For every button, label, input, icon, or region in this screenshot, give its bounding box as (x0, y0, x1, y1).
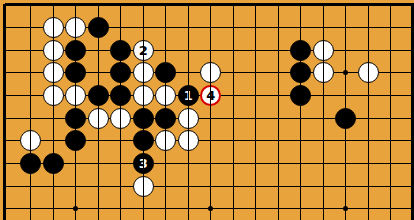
intersection-5-8[interactable] (87, 152, 109, 175)
intersection-9-10[interactable] (177, 198, 199, 220)
intersection-7-7[interactable] (132, 129, 154, 152)
black-stone (133, 108, 154, 129)
intersection-9-3[interactable] (177, 39, 199, 62)
intersection-13-3[interactable] (267, 39, 289, 62)
intersection-11-8[interactable] (222, 152, 244, 175)
intersection-10-10[interactable] (199, 198, 221, 220)
intersection-6-3[interactable] (110, 39, 132, 62)
intersection-15-5[interactable] (312, 84, 334, 107)
intersection-5-5[interactable] (87, 84, 109, 107)
intersection-4-8[interactable] (65, 152, 87, 175)
intersection-9-8[interactable] (177, 152, 199, 175)
intersection-1-9[interactable] (0, 175, 20, 198)
intersection-9-6[interactable] (177, 107, 199, 130)
intersection-2-2[interactable] (20, 16, 42, 39)
intersection-18-4[interactable] (379, 61, 401, 84)
intersection-10-3[interactable] (199, 39, 221, 62)
intersection-17-8[interactable] (357, 152, 379, 175)
intersection-11-5[interactable] (222, 84, 244, 107)
intersection-11-1[interactable] (222, 0, 244, 16)
white-stone (313, 62, 334, 83)
intersection-10-2[interactable] (199, 16, 221, 39)
move-number: 1 (184, 89, 193, 102)
black-stone (133, 130, 154, 151)
intersection-12-10[interactable] (244, 198, 266, 220)
intersection-11-7[interactable] (222, 129, 244, 152)
intersection-17-6[interactable] (357, 107, 379, 130)
intersection-15-9[interactable] (312, 175, 334, 198)
intersection-14-5[interactable] (289, 84, 311, 107)
intersection-13-5[interactable] (267, 84, 289, 107)
black-stone (65, 40, 86, 61)
intersection-9-7[interactable] (177, 129, 199, 152)
star-point (343, 206, 348, 211)
intersection-7-6[interactable] (132, 107, 154, 130)
intersection-17-9[interactable] (357, 175, 379, 198)
intersection-15-2[interactable] (312, 16, 334, 39)
white-stone (358, 62, 379, 83)
intersection-2-9[interactable] (20, 175, 42, 198)
intersection-14-8[interactable] (289, 152, 311, 175)
intersection-16-6[interactable] (334, 107, 356, 130)
intersection-6-7[interactable] (110, 129, 132, 152)
intersection-5-9[interactable] (87, 175, 109, 198)
intersection-8-9[interactable] (155, 175, 177, 198)
intersection-17-3[interactable] (357, 39, 379, 62)
intersection-16-10[interactable] (334, 198, 356, 220)
intersection-13-10[interactable] (267, 198, 289, 220)
intersection-3-2[interactable] (42, 16, 64, 39)
intersection-18-9[interactable] (379, 175, 401, 198)
intersection-18-6[interactable] (379, 107, 401, 130)
intersection-19-2[interactable] (402, 16, 414, 39)
intersection-3-4[interactable] (42, 61, 64, 84)
white-stone (65, 85, 86, 106)
intersection-17-7[interactable] (357, 129, 379, 152)
intersection-4-6[interactable] (65, 107, 87, 130)
intersection-3-8[interactable] (42, 152, 64, 175)
star-point (208, 206, 213, 211)
intersection-1-4[interactable] (0, 61, 20, 84)
intersection-3-6[interactable] (42, 107, 64, 130)
white-stone (200, 62, 221, 83)
intersection-19-6[interactable] (402, 107, 414, 130)
intersection-3-7[interactable] (42, 129, 64, 152)
intersection-4-7[interactable] (65, 129, 87, 152)
intersection-18-5[interactable] (379, 84, 401, 107)
intersection-17-10[interactable] (357, 198, 379, 220)
intersection-7-10[interactable] (132, 198, 154, 220)
intersection-1-2[interactable] (0, 16, 20, 39)
black-stone (110, 62, 131, 83)
intersection-11-3[interactable] (222, 39, 244, 62)
intersection-5-4[interactable] (87, 61, 109, 84)
intersection-2-7[interactable] (20, 129, 42, 152)
intersection-12-2[interactable] (244, 16, 266, 39)
white-stone (88, 108, 109, 129)
black-stone (155, 108, 176, 129)
intersection-3-1[interactable] (42, 0, 64, 16)
intersection-14-2[interactable] (289, 16, 311, 39)
intersection-2-3[interactable] (20, 39, 42, 62)
intersection-18-10[interactable] (379, 198, 401, 220)
intersection-7-4[interactable] (132, 61, 154, 84)
white-stone (43, 17, 64, 38)
intersection-12-7[interactable] (244, 129, 266, 152)
intersection-9-1[interactable] (177, 0, 199, 16)
white-stone (313, 40, 334, 61)
intersection-17-5[interactable] (357, 84, 379, 107)
intersection-4-1[interactable] (65, 0, 87, 16)
intersection-11-9[interactable] (222, 175, 244, 198)
white-stone-move-4: 4 (200, 85, 221, 106)
intersection-15-7[interactable] (312, 129, 334, 152)
intersection-16-3[interactable] (334, 39, 356, 62)
white-stone (110, 108, 131, 129)
white-stone (178, 108, 199, 129)
intersection-2-10[interactable] (20, 198, 42, 220)
intersection-10-5[interactable]: 4 (199, 84, 221, 107)
intersection-8-2[interactable] (155, 16, 177, 39)
intersection-19-8[interactable] (402, 152, 414, 175)
black-stone (110, 85, 131, 106)
intersection-10-9[interactable] (199, 175, 221, 198)
intersection-9-2[interactable] (177, 16, 199, 39)
intersection-16-9[interactable] (334, 175, 356, 198)
intersection-13-7[interactable] (267, 129, 289, 152)
intersection-19-4[interactable] (402, 61, 414, 84)
intersection-8-3[interactable] (155, 39, 177, 62)
intersection-8-7[interactable] (155, 129, 177, 152)
intersection-1-3[interactable] (0, 39, 20, 62)
intersection-6-8[interactable] (110, 152, 132, 175)
intersection-14-3[interactable] (289, 39, 311, 62)
white-stone (133, 176, 154, 197)
intersection-1-5[interactable] (0, 84, 20, 107)
intersection-14-6[interactable] (289, 107, 311, 130)
move-number: 4 (206, 89, 215, 102)
intersection-4-9[interactable] (65, 175, 87, 198)
intersection-15-6[interactable] (312, 107, 334, 130)
black-stone (65, 62, 86, 83)
intersection-5-10[interactable] (87, 198, 109, 220)
intersection-18-8[interactable] (379, 152, 401, 175)
intersection-11-4[interactable] (222, 61, 244, 84)
intersection-16-1[interactable] (334, 0, 356, 16)
intersection-13-1[interactable] (267, 0, 289, 16)
intersection-11-10[interactable] (222, 198, 244, 220)
intersection-15-3[interactable] (312, 39, 334, 62)
intersection-13-8[interactable] (267, 152, 289, 175)
intersection-10-8[interactable] (199, 152, 221, 175)
intersection-6-2[interactable] (110, 16, 132, 39)
intersection-19-9[interactable] (402, 175, 414, 198)
move-number: 3 (139, 157, 148, 170)
intersection-7-5[interactable] (132, 84, 154, 107)
intersection-12-6[interactable] (244, 107, 266, 130)
intersection-8-8[interactable] (155, 152, 177, 175)
star-point (343, 70, 348, 75)
intersection-15-4[interactable] (312, 61, 334, 84)
intersection-5-1[interactable] (87, 0, 109, 16)
intersection-13-9[interactable] (267, 175, 289, 198)
intersection-12-8[interactable] (244, 152, 266, 175)
intersection-3-9[interactable] (42, 175, 64, 198)
intersection-1-7[interactable] (0, 129, 20, 152)
white-stone (178, 130, 199, 151)
intersection-6-4[interactable] (110, 61, 132, 84)
intersection-14-1[interactable] (289, 0, 311, 16)
black-stone (335, 108, 356, 129)
black-stone (43, 153, 64, 174)
intersection-19-5[interactable] (402, 84, 414, 107)
intersection-3-3[interactable] (42, 39, 64, 62)
intersection-10-4[interactable] (199, 61, 221, 84)
black-stone (155, 62, 176, 83)
black-stone (65, 108, 86, 129)
intersection-7-1[interactable] (132, 0, 154, 16)
intersection-8-10[interactable] (155, 198, 177, 220)
intersection-5-2[interactable] (87, 16, 109, 39)
intersection-4-3[interactable] (65, 39, 87, 62)
intersection-9-4[interactable] (177, 61, 199, 84)
intersection-17-2[interactable] (357, 16, 379, 39)
intersection-16-5[interactable] (334, 84, 356, 107)
intersection-19-10[interactable] (402, 198, 414, 220)
intersection-4-2[interactable] (65, 16, 87, 39)
intersection-12-9[interactable] (244, 175, 266, 198)
intersection-1-6[interactable] (0, 107, 20, 130)
black-stone (290, 85, 311, 106)
intersection-3-5[interactable] (42, 84, 64, 107)
intersection-9-9[interactable] (177, 175, 199, 198)
intersection-4-5[interactable] (65, 84, 87, 107)
intersection-18-1[interactable] (379, 0, 401, 16)
intersection-2-4[interactable] (20, 61, 42, 84)
intersection-15-1[interactable] (312, 0, 334, 16)
intersection-7-2[interactable] (132, 16, 154, 39)
go-diagram: 2143 (0, 0, 414, 220)
intersection-13-4[interactable] (267, 61, 289, 84)
intersection-19-3[interactable] (402, 39, 414, 62)
intersection-12-3[interactable] (244, 39, 266, 62)
intersection-2-8[interactable] (20, 152, 42, 175)
intersection-17-4[interactable] (357, 61, 379, 84)
black-stone (20, 153, 41, 174)
intersection-17-1[interactable] (357, 0, 379, 16)
intersection-6-1[interactable] (110, 0, 132, 16)
star-point (73, 206, 78, 211)
intersection-8-4[interactable] (155, 61, 177, 84)
intersection-1-1[interactable] (0, 0, 20, 16)
intersection-13-2[interactable] (267, 16, 289, 39)
intersection-16-4[interactable] (334, 61, 356, 84)
black-stone (88, 85, 109, 106)
intersection-14-7[interactable] (289, 129, 311, 152)
black-stone (290, 40, 311, 61)
go-board: 2143 (0, 0, 414, 220)
black-stone (290, 62, 311, 83)
intersection-15-8[interactable] (312, 152, 334, 175)
intersection-16-2[interactable] (334, 16, 356, 39)
intersection-8-6[interactable] (155, 107, 177, 130)
intersection-6-6[interactable] (110, 107, 132, 130)
white-stone (133, 85, 154, 106)
black-stone-move-1: 1 (178, 85, 199, 106)
white-stone (43, 40, 64, 61)
intersection-16-8[interactable] (334, 152, 356, 175)
intersection-14-10[interactable] (289, 198, 311, 220)
white-stone (155, 85, 176, 106)
intersection-10-6[interactable] (199, 107, 221, 130)
intersection-19-7[interactable] (402, 129, 414, 152)
intersection-1-10[interactable] (0, 198, 20, 220)
intersection-7-3[interactable]: 2 (132, 39, 154, 62)
intersection-6-5[interactable] (110, 84, 132, 107)
intersection-8-1[interactable] (155, 0, 177, 16)
white-stone (133, 62, 154, 83)
white-stone (20, 130, 41, 151)
intersection-5-7[interactable] (87, 129, 109, 152)
intersection-7-9[interactable] (132, 175, 154, 198)
intersection-16-7[interactable] (334, 129, 356, 152)
intersection-12-4[interactable] (244, 61, 266, 84)
intersection-5-6[interactable] (87, 107, 109, 130)
black-stone (88, 17, 109, 38)
intersection-18-3[interactable] (379, 39, 401, 62)
black-stone (110, 40, 131, 61)
intersection-6-10[interactable] (110, 198, 132, 220)
intersection-4-4[interactable] (65, 61, 87, 84)
intersection-2-6[interactable] (20, 107, 42, 130)
intersection-2-5[interactable] (20, 84, 42, 107)
intersection-1-8[interactable] (0, 152, 20, 175)
white-stone-move-2: 2 (133, 40, 154, 61)
move-number: 2 (139, 44, 148, 57)
intersection-15-10[interactable] (312, 198, 334, 220)
intersection-12-5[interactable] (244, 84, 266, 107)
intersection-2-1[interactable] (20, 0, 42, 16)
intersection-13-6[interactable] (267, 107, 289, 130)
black-stone (65, 130, 86, 151)
intersection-11-6[interactable] (222, 107, 244, 130)
intersection-10-1[interactable] (199, 0, 221, 16)
intersection-9-5[interactable]: 1 (177, 84, 199, 107)
intersection-18-7[interactable] (379, 129, 401, 152)
white-stone (155, 130, 176, 151)
intersection-10-7[interactable] (199, 129, 221, 152)
intersection-6-9[interactable] (110, 175, 132, 198)
intersection-19-1[interactable] (402, 0, 414, 16)
intersection-14-4[interactable] (289, 61, 311, 84)
intersection-8-5[interactable] (155, 84, 177, 107)
black-stone-move-3: 3 (133, 153, 154, 174)
intersection-14-9[interactable] (289, 175, 311, 198)
intersection-4-10[interactable] (65, 198, 87, 220)
intersection-12-1[interactable] (244, 0, 266, 16)
white-stone (43, 85, 64, 106)
white-stone (43, 62, 64, 83)
intersection-5-3[interactable] (87, 39, 109, 62)
intersection-7-8[interactable]: 3 (132, 152, 154, 175)
intersection-18-2[interactable] (379, 16, 401, 39)
intersection-11-2[interactable] (222, 16, 244, 39)
white-stone (65, 17, 86, 38)
intersection-3-10[interactable] (42, 198, 64, 220)
